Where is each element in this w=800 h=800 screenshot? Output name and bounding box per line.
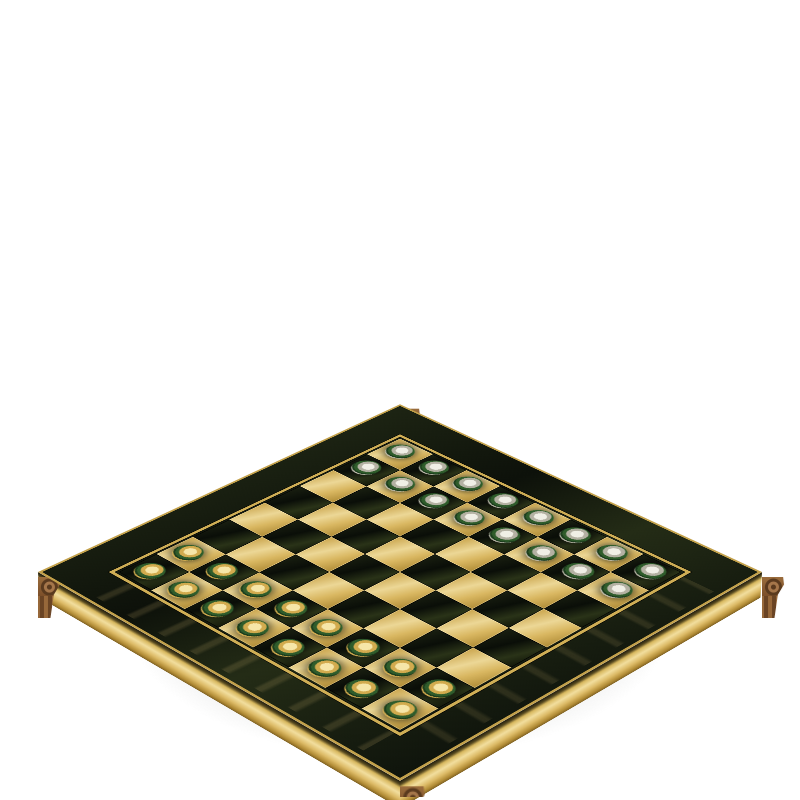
chess-board: ♜♞♝♛♚♝♞♜♟♟♟♟♟♟♟♟♟♟♟♟♟♟♟♟♜♞♝♛♚♝♞♜ [38, 404, 762, 781]
square-h6[interactable] [544, 590, 616, 628]
square-h5[interactable] [509, 609, 582, 648]
pawn-glyph: ♟ [568, 483, 665, 590]
scene-3d: ♜♞♝♛♚♝♞♜♟♟♟♟♟♟♟♟♟♟♟♟♟♟♟♟♜♞♝♛♚♝♞♜ [0, 0, 800, 800]
rook-glyph: ♜ [348, 596, 452, 711]
product-photo: ♜♞♝♛♚♝♞♜♟♟♟♟♟♟♟♟♟♟♟♟♟♟♟♟♜♞♝♛♚♝♞♜ [0, 0, 800, 800]
column-capital-foot-icon [375, 786, 424, 800]
